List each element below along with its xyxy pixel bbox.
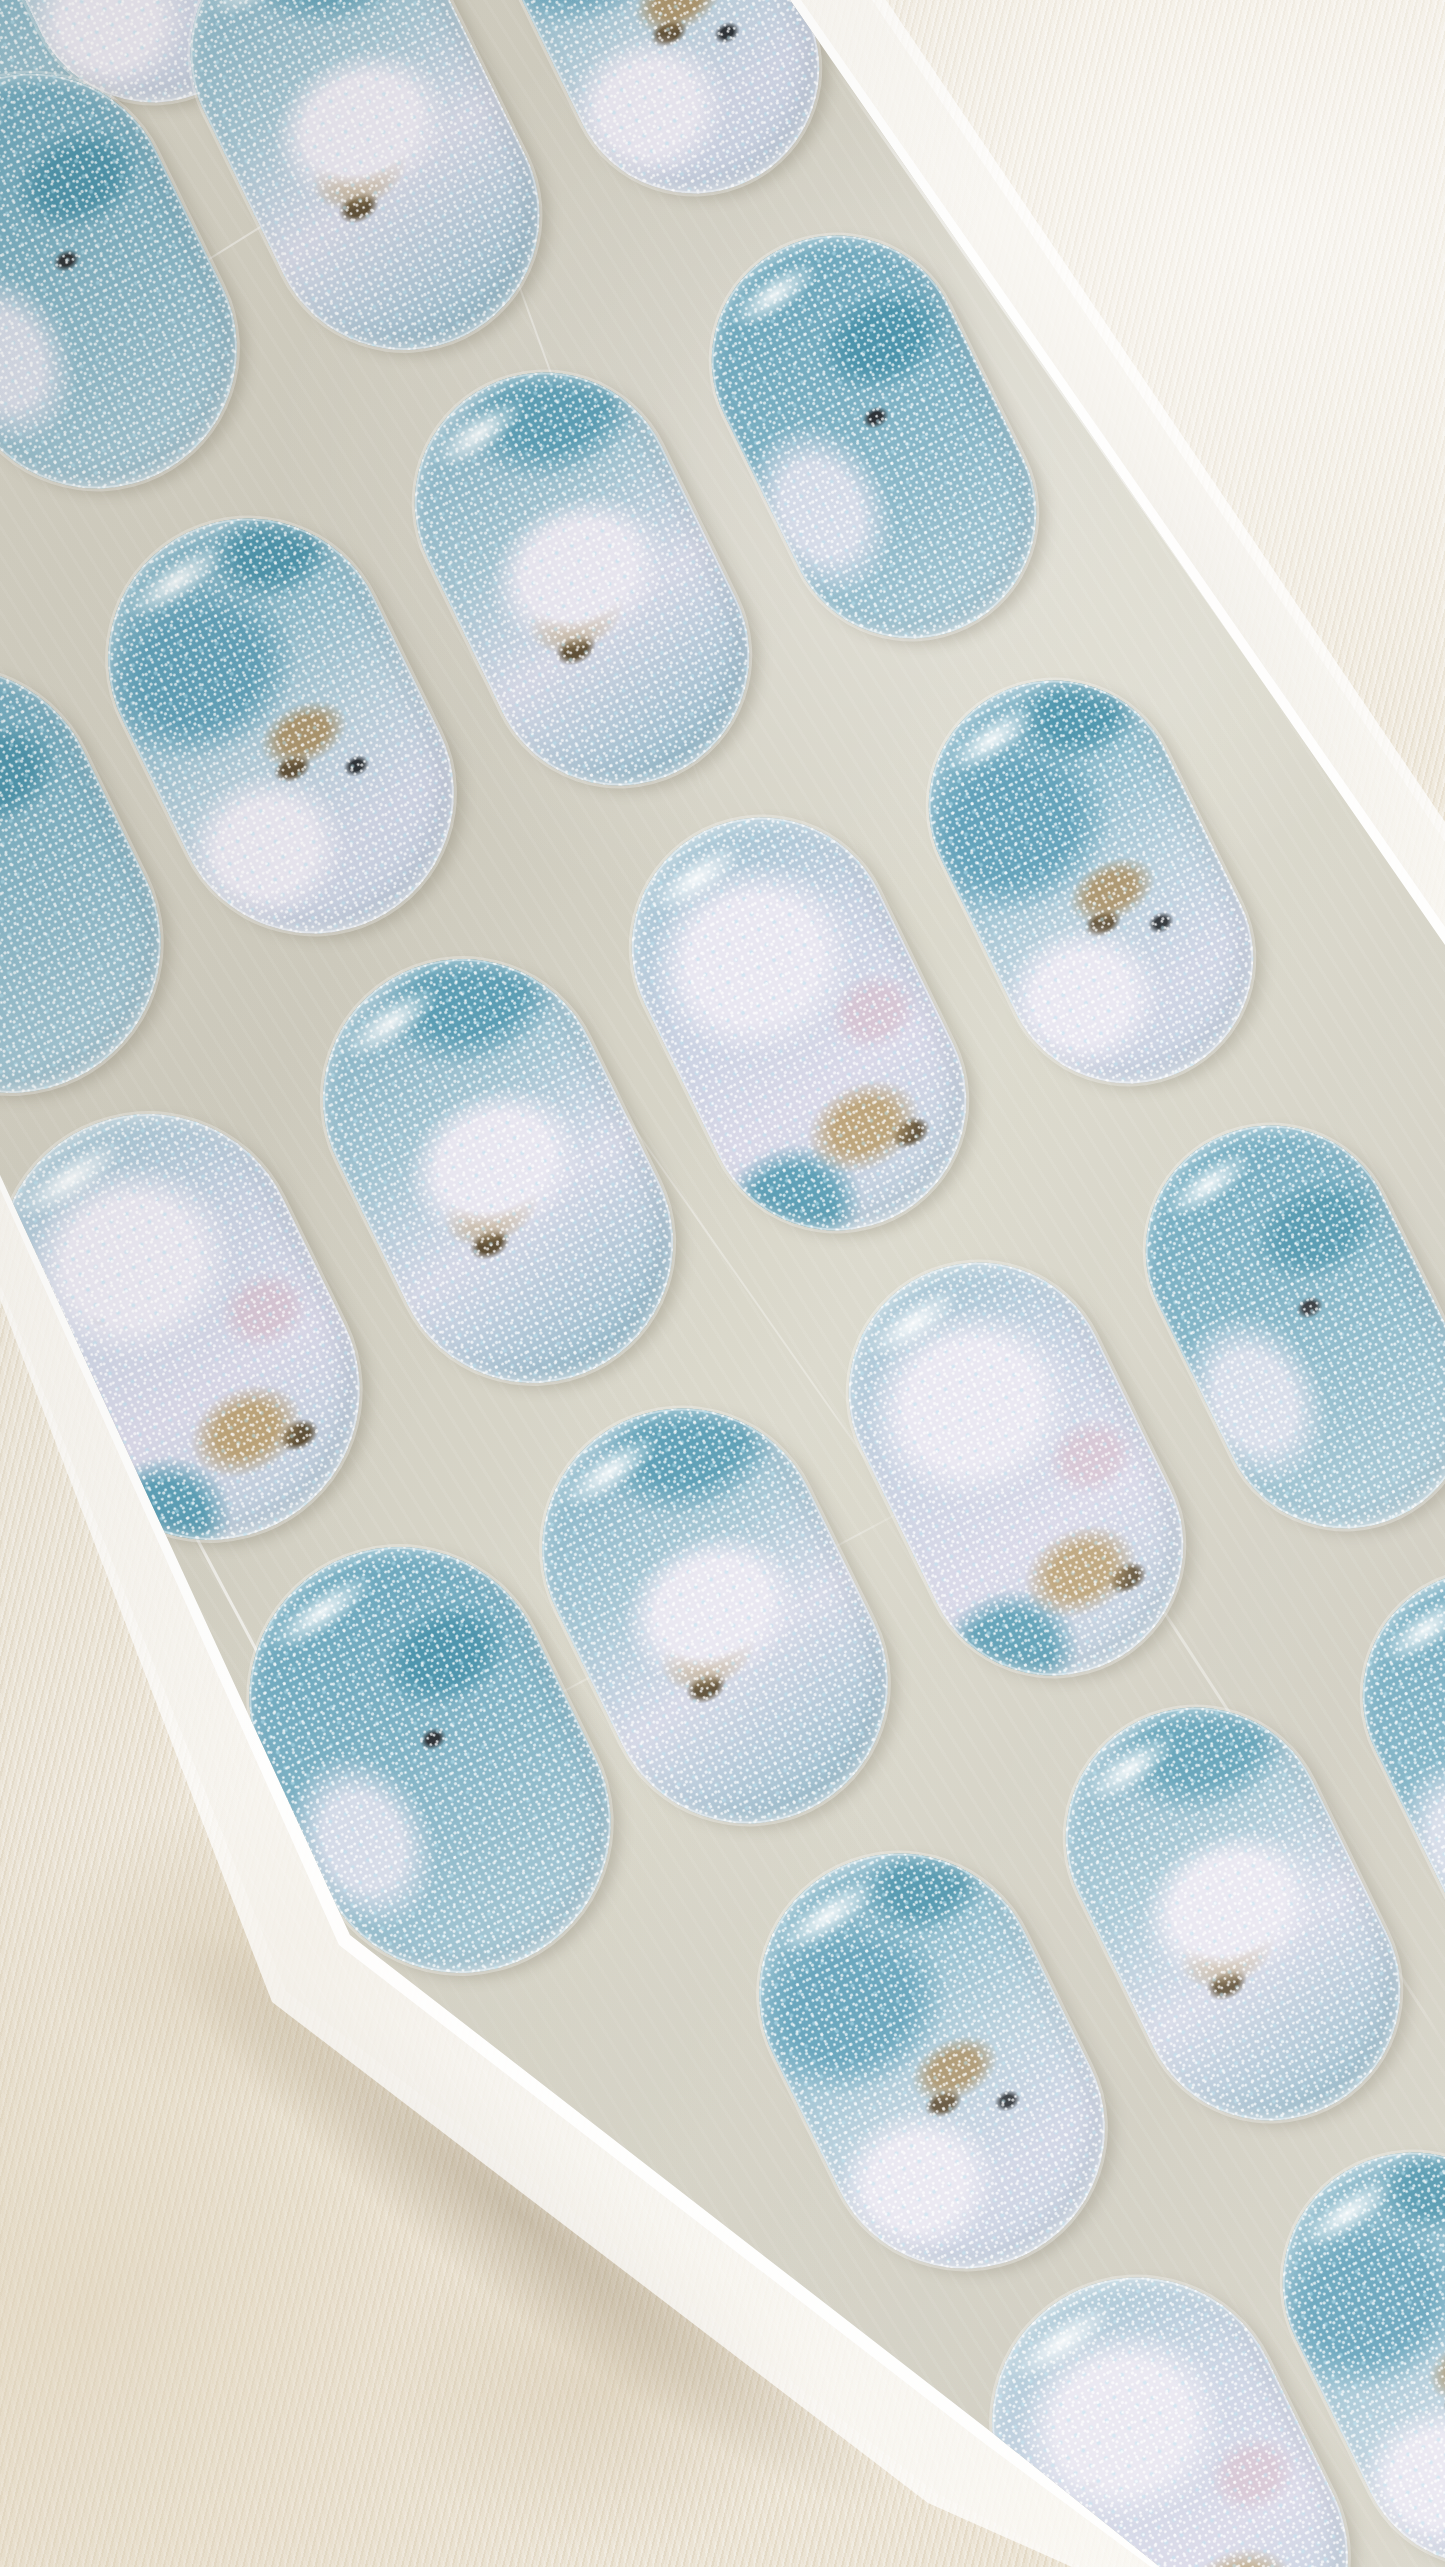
photo-canvas bbox=[0, 0, 1445, 2567]
